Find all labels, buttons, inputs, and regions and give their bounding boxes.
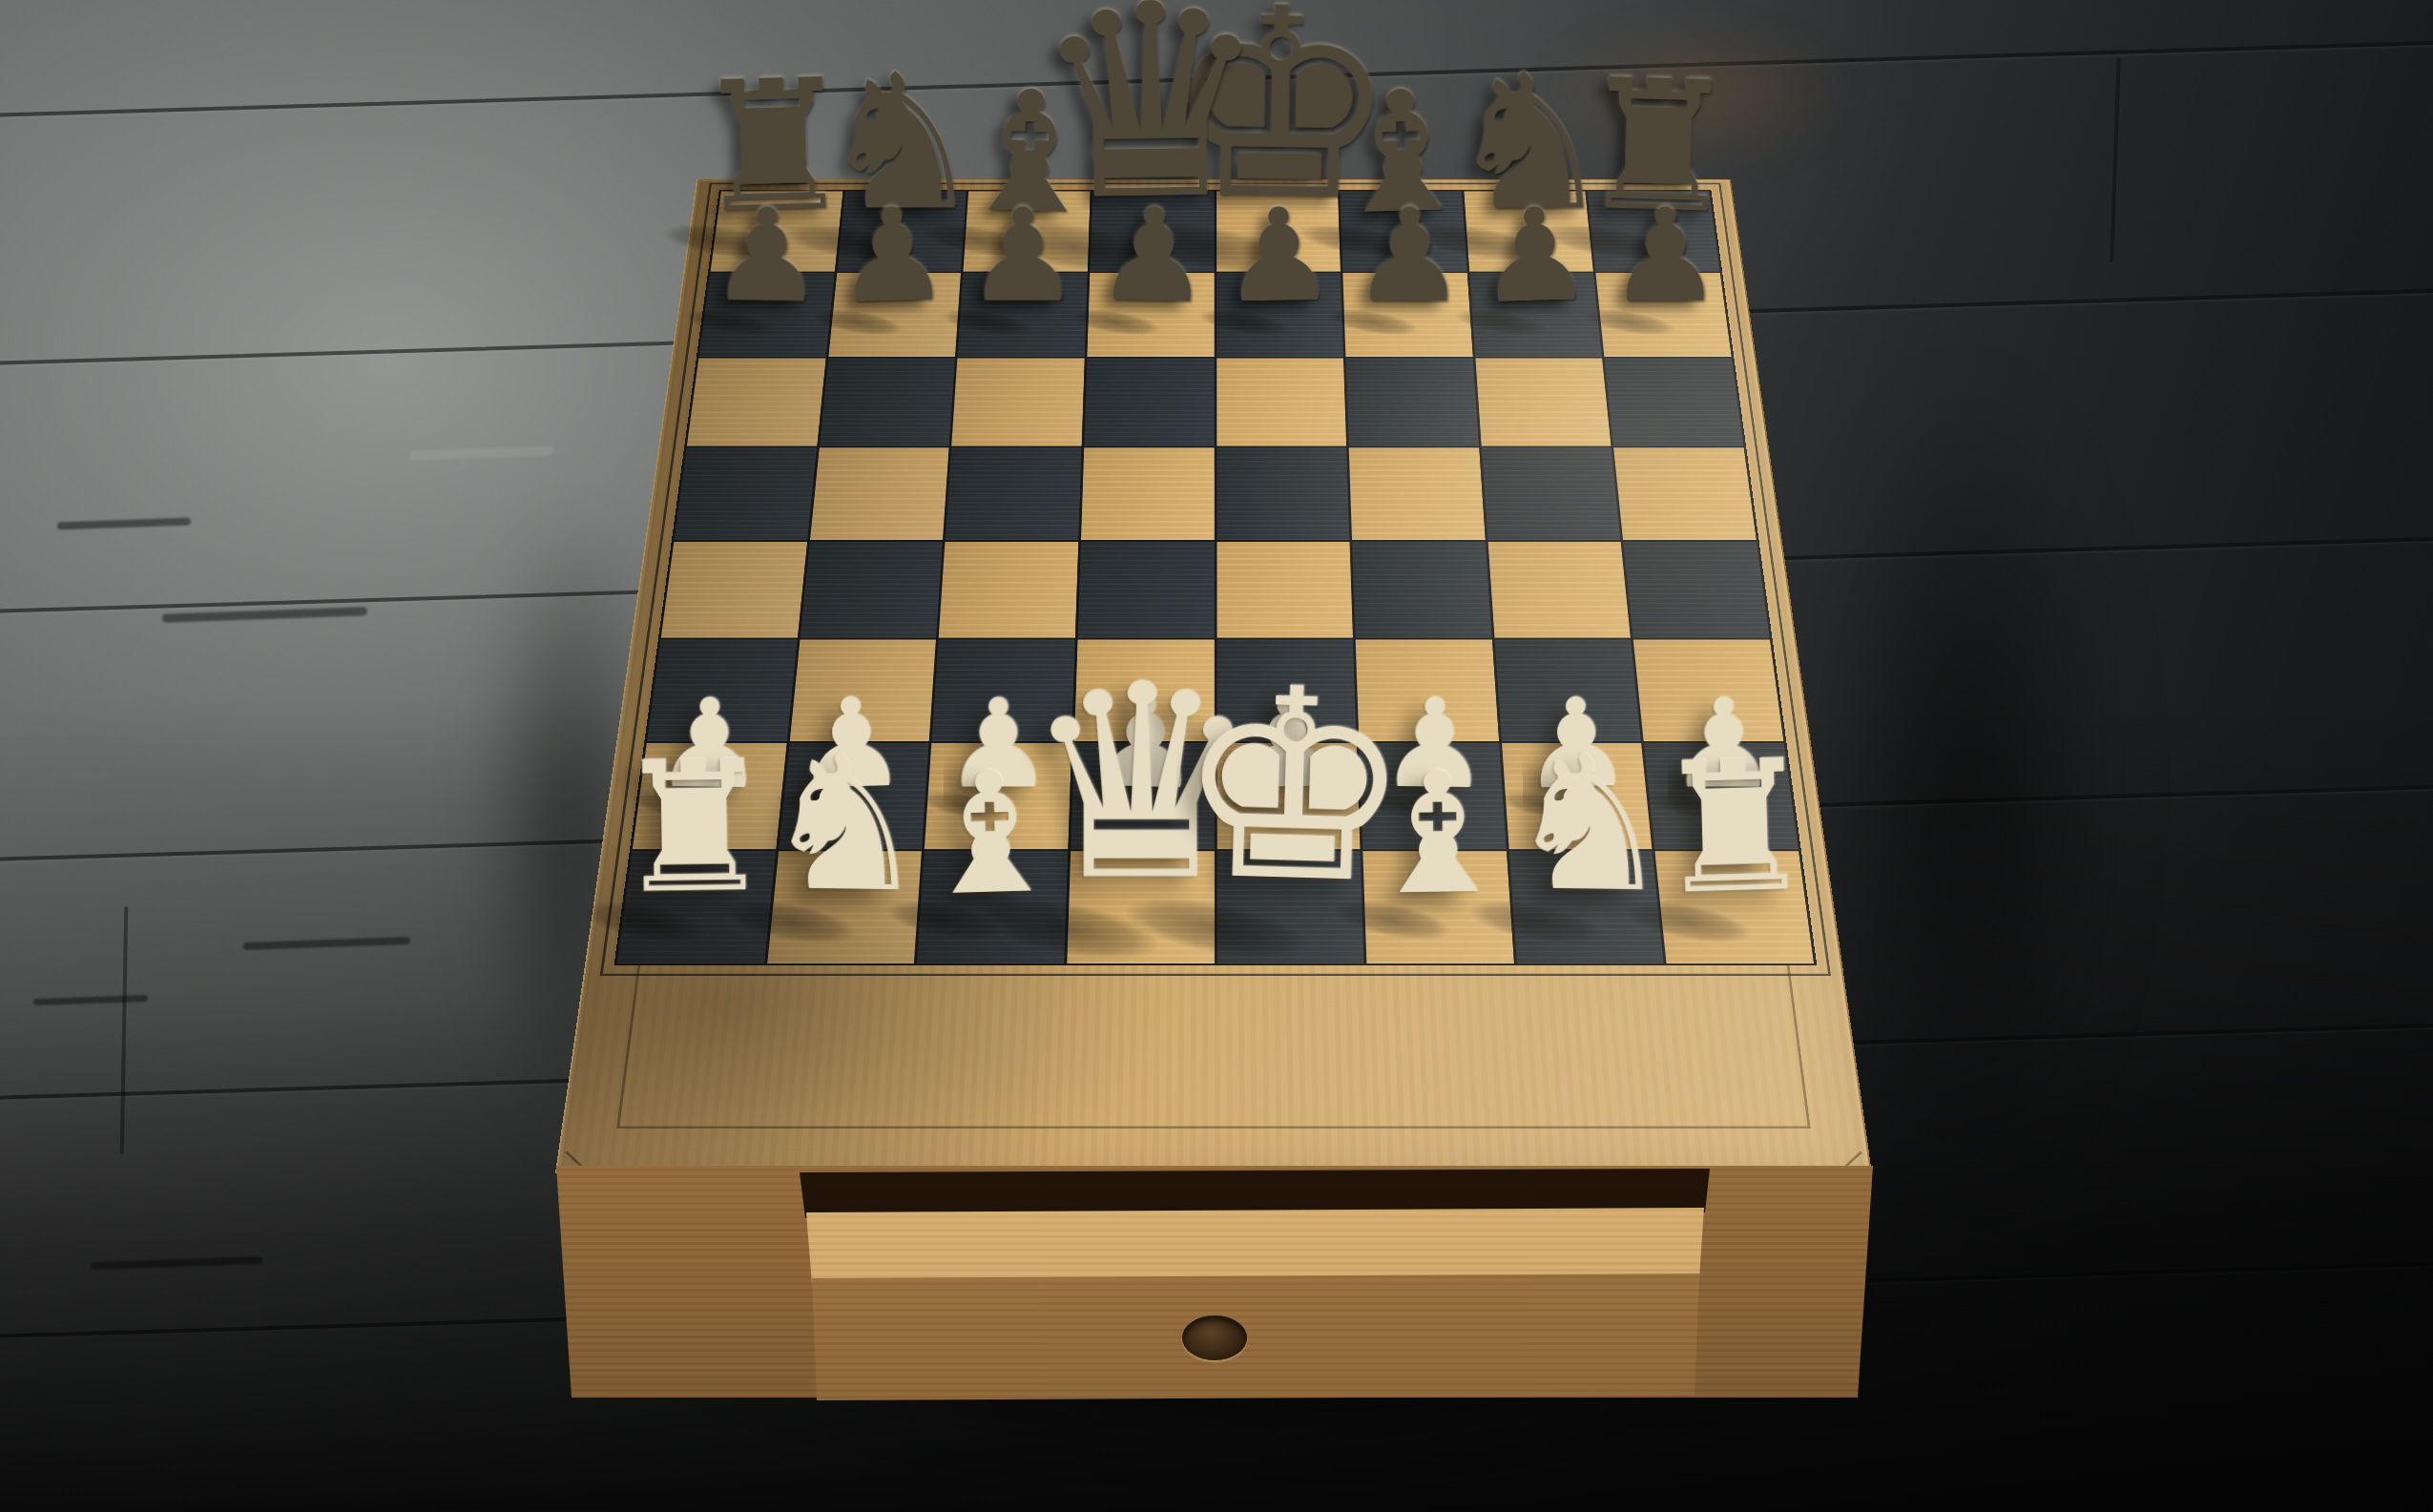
pawn-glyph: ♟ [708,191,825,321]
miter-joint [1811,1151,1862,1198]
rook-glyph: ♜ [1651,735,1818,920]
bishop-glyph: ♝ [1362,749,1514,919]
knight-glyph: ♞ [1504,729,1674,919]
chess-box-top: ♜♞♝♛♚♝♞♜♟♟♟♟♟♟♟♟♟♟♟♟♟♟♟♟♜♞♝♛♚♝♞♜ [555,179,1872,1173]
pawn-glyph: ♟ [833,191,952,322]
pawn-glyph: ♟ [965,192,1080,321]
drawer-finger-hole[interactable] [1182,1315,1247,1360]
pawn-glyph: ♟ [1220,191,1338,321]
pawn-glyph: ♟ [1608,192,1723,321]
pawn-glyph: ♟ [1475,191,1594,322]
knight-glyph: ♞ [759,729,930,919]
pawn-glyph: ♟ [1350,191,1467,321]
scene: ♜♞♝♛♚♝♞♜♟♟♟♟♟♟♟♟♟♟♟♟♟♟♟♟♜♞♝♛♚♝♞♜ [0,0,2433,1512]
rook-glyph: ♜ [612,735,776,918]
miter-joint [565,1151,616,1198]
pawn-glyph: ♟ [1093,191,1213,322]
pieces-layer: ♜♞♝♛♚♝♞♜♟♟♟♟♟♟♟♟♟♟♟♟♟♟♟♟♜♞♝♛♚♝♞♜ [613,190,1817,966]
